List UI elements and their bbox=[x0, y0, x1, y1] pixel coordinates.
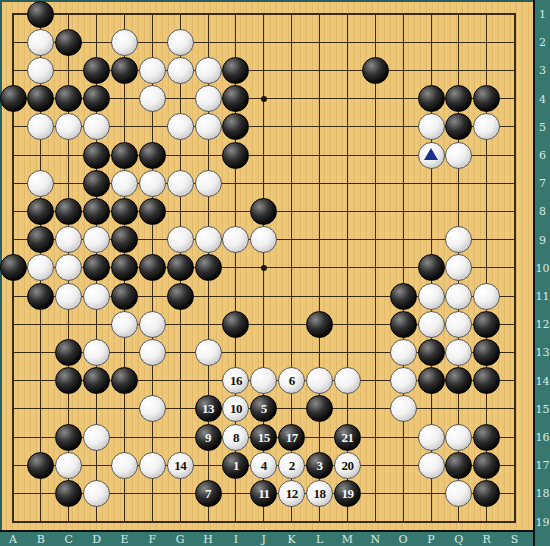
white-stone-D16[interactable] bbox=[83, 424, 110, 451]
black-stone-B1[interactable] bbox=[27, 1, 54, 28]
black-stone-Q5[interactable] bbox=[445, 113, 472, 140]
black-stone-E11[interactable] bbox=[111, 283, 138, 310]
row-label-5: 5 bbox=[535, 122, 550, 133]
black-stone-J15[interactable]: 5 bbox=[250, 395, 277, 422]
move-number: 6 bbox=[289, 374, 295, 387]
row-label-10: 10 bbox=[535, 263, 550, 274]
move-number: 13 bbox=[202, 402, 214, 415]
black-stone-C13[interactable] bbox=[55, 339, 82, 366]
black-stone-J18[interactable]: 11 bbox=[250, 480, 277, 507]
white-stone-P5[interactable] bbox=[418, 113, 445, 140]
white-stone-I16[interactable]: 8 bbox=[222, 424, 249, 451]
row-coordinate-strip: 12345678910111213141516171819 bbox=[533, 0, 550, 546]
white-stone-H4[interactable] bbox=[195, 85, 222, 112]
black-stone-R4[interactable] bbox=[473, 85, 500, 112]
move-number: 5 bbox=[261, 402, 267, 415]
black-stone-O11[interactable] bbox=[390, 283, 417, 310]
black-stone-N3[interactable] bbox=[362, 57, 389, 84]
white-stone-O13[interactable] bbox=[390, 339, 417, 366]
col-label-O: O bbox=[393, 534, 413, 545]
black-stone-E8[interactable] bbox=[111, 198, 138, 225]
white-stone-H3[interactable] bbox=[195, 57, 222, 84]
hoshi-point bbox=[261, 265, 267, 271]
white-stone-Q11[interactable] bbox=[445, 283, 472, 310]
white-stone-E12[interactable] bbox=[111, 311, 138, 338]
white-stone-P11[interactable] bbox=[418, 283, 445, 310]
col-label-M: M bbox=[337, 534, 357, 545]
white-stone-F13[interactable] bbox=[139, 339, 166, 366]
grid-line-horizontal bbox=[12, 521, 516, 523]
black-stone-L15[interactable] bbox=[306, 395, 333, 422]
black-stone-D8[interactable] bbox=[83, 198, 110, 225]
white-stone-B2[interactable] bbox=[27, 29, 54, 56]
black-stone-M16[interactable]: 21 bbox=[334, 424, 361, 451]
go-board[interactable]: 166131059815172114142320711121819 bbox=[0, 0, 533, 530]
black-stone-H15[interactable]: 13 bbox=[195, 395, 222, 422]
black-stone-P13[interactable] bbox=[418, 339, 445, 366]
black-stone-E14[interactable] bbox=[111, 367, 138, 394]
black-stone-F6[interactable] bbox=[139, 142, 166, 169]
white-stone-Q10[interactable] bbox=[445, 254, 472, 281]
white-stone-G5[interactable] bbox=[167, 113, 194, 140]
white-stone-Q9[interactable] bbox=[445, 226, 472, 253]
black-stone-P10[interactable] bbox=[418, 254, 445, 281]
white-stone-B10[interactable] bbox=[27, 254, 54, 281]
move-number: 16 bbox=[230, 374, 242, 387]
white-stone-C17[interactable] bbox=[55, 452, 82, 479]
white-stone-H5[interactable] bbox=[195, 113, 222, 140]
white-stone-F3[interactable] bbox=[139, 57, 166, 84]
black-stone-C8[interactable] bbox=[55, 198, 82, 225]
white-stone-G7[interactable] bbox=[167, 170, 194, 197]
white-stone-K14[interactable]: 6 bbox=[278, 367, 305, 394]
move-number: 21 bbox=[341, 431, 353, 444]
black-stone-I6[interactable] bbox=[222, 142, 249, 169]
white-stone-F15[interactable] bbox=[139, 395, 166, 422]
white-stone-C9[interactable] bbox=[55, 226, 82, 253]
black-stone-P4[interactable] bbox=[418, 85, 445, 112]
board-top-edge bbox=[0, 0, 533, 2]
white-stone-I15[interactable]: 10 bbox=[222, 395, 249, 422]
move-number: 10 bbox=[230, 402, 242, 415]
move-number: 9 bbox=[205, 431, 211, 444]
row-label-3: 3 bbox=[535, 65, 550, 76]
white-stone-I14[interactable]: 16 bbox=[222, 367, 249, 394]
triangle-marker bbox=[424, 148, 438, 160]
white-stone-M14[interactable] bbox=[334, 367, 361, 394]
black-stone-G11[interactable] bbox=[167, 283, 194, 310]
col-label-E: E bbox=[114, 534, 134, 545]
row-label-17: 17 bbox=[535, 460, 550, 471]
move-number: 3 bbox=[317, 459, 323, 472]
move-number: 20 bbox=[341, 459, 353, 472]
white-stone-B5[interactable] bbox=[27, 113, 54, 140]
black-stone-R13[interactable] bbox=[473, 339, 500, 366]
white-stone-H9[interactable] bbox=[195, 226, 222, 253]
move-number: 4 bbox=[261, 459, 267, 472]
white-stone-P16[interactable] bbox=[418, 424, 445, 451]
col-label-B: B bbox=[31, 534, 51, 545]
white-stone-J14[interactable] bbox=[250, 367, 277, 394]
white-stone-P12[interactable] bbox=[418, 311, 445, 338]
move-number: 2 bbox=[289, 459, 295, 472]
row-label-7: 7 bbox=[535, 178, 550, 189]
white-stone-Q18[interactable] bbox=[445, 480, 472, 507]
black-stone-I17[interactable]: 1 bbox=[222, 452, 249, 479]
black-stone-P14[interactable] bbox=[418, 367, 445, 394]
row-label-6: 6 bbox=[535, 150, 550, 161]
col-label-I: I bbox=[226, 534, 246, 545]
black-stone-H10[interactable] bbox=[195, 254, 222, 281]
black-stone-M18[interactable]: 19 bbox=[334, 480, 361, 507]
col-label-L: L bbox=[310, 534, 330, 545]
white-stone-B7[interactable] bbox=[27, 170, 54, 197]
move-number: 15 bbox=[258, 431, 270, 444]
black-stone-E10[interactable] bbox=[111, 254, 138, 281]
row-label-4: 4 bbox=[535, 94, 550, 105]
hoshi-point bbox=[261, 96, 267, 102]
row-label-9: 9 bbox=[535, 235, 550, 246]
white-stone-L18[interactable]: 18 bbox=[306, 480, 333, 507]
white-stone-Q13[interactable] bbox=[445, 339, 472, 366]
col-label-D: D bbox=[87, 534, 107, 545]
black-stone-D7[interactable] bbox=[83, 170, 110, 197]
black-stone-B11[interactable] bbox=[27, 283, 54, 310]
black-stone-F10[interactable] bbox=[139, 254, 166, 281]
black-stone-I4[interactable] bbox=[222, 85, 249, 112]
black-stone-D10[interactable] bbox=[83, 254, 110, 281]
black-stone-A4[interactable] bbox=[0, 85, 27, 112]
black-stone-H18[interactable]: 7 bbox=[195, 480, 222, 507]
black-stone-R17[interactable] bbox=[473, 452, 500, 479]
grid-line-vertical bbox=[375, 13, 376, 523]
white-stone-P6[interactable] bbox=[418, 142, 445, 169]
black-stone-A10[interactable] bbox=[0, 254, 27, 281]
black-stone-R12[interactable] bbox=[473, 311, 500, 338]
grid-line-vertical bbox=[403, 13, 404, 523]
white-stone-H7[interactable] bbox=[195, 170, 222, 197]
col-label-Q: Q bbox=[449, 534, 469, 545]
row-label-13: 13 bbox=[535, 347, 550, 358]
white-stone-G3[interactable] bbox=[167, 57, 194, 84]
black-stone-F8[interactable] bbox=[139, 198, 166, 225]
black-stone-G10[interactable] bbox=[167, 254, 194, 281]
white-stone-Q12[interactable] bbox=[445, 311, 472, 338]
row-label-2: 2 bbox=[535, 37, 550, 48]
move-number: 1 bbox=[233, 459, 239, 472]
white-stone-F4[interactable] bbox=[139, 85, 166, 112]
black-stone-C2[interactable] bbox=[55, 29, 82, 56]
col-label-C: C bbox=[59, 534, 79, 545]
white-stone-G2[interactable] bbox=[167, 29, 194, 56]
row-label-11: 11 bbox=[535, 291, 550, 302]
black-stone-D4[interactable] bbox=[83, 85, 110, 112]
white-stone-C11[interactable] bbox=[55, 283, 82, 310]
white-stone-Q6[interactable] bbox=[445, 142, 472, 169]
white-stone-F7[interactable] bbox=[139, 170, 166, 197]
white-stone-J17[interactable]: 4 bbox=[250, 452, 277, 479]
white-stone-E2[interactable] bbox=[111, 29, 138, 56]
white-stone-F17[interactable] bbox=[139, 452, 166, 479]
black-stone-R18[interactable] bbox=[473, 480, 500, 507]
col-label-K: K bbox=[282, 534, 302, 545]
column-coordinate-strip: ABCDEFGHIJKLMNOPQRS bbox=[0, 530, 533, 546]
white-stone-K18[interactable]: 12 bbox=[278, 480, 305, 507]
white-stone-J9[interactable] bbox=[250, 226, 277, 253]
black-stone-Q17[interactable] bbox=[445, 452, 472, 479]
black-stone-C4[interactable] bbox=[55, 85, 82, 112]
black-stone-L12[interactable] bbox=[306, 311, 333, 338]
black-stone-C14[interactable] bbox=[55, 367, 82, 394]
move-number: 11 bbox=[258, 487, 269, 500]
white-stone-O15[interactable] bbox=[390, 395, 417, 422]
white-stone-E7[interactable] bbox=[111, 170, 138, 197]
white-stone-R5[interactable] bbox=[473, 113, 500, 140]
black-stone-H16[interactable]: 9 bbox=[195, 424, 222, 451]
black-stone-J8[interactable] bbox=[250, 198, 277, 225]
white-stone-R11[interactable] bbox=[473, 283, 500, 310]
black-stone-D3[interactable] bbox=[83, 57, 110, 84]
white-stone-L14[interactable] bbox=[306, 367, 333, 394]
black-stone-K16[interactable]: 17 bbox=[278, 424, 305, 451]
go-app-window: 166131059815172114142320711121819 123456… bbox=[0, 0, 550, 546]
black-stone-I3[interactable] bbox=[222, 57, 249, 84]
grid-line-vertical bbox=[514, 13, 516, 523]
white-stone-B3[interactable] bbox=[27, 57, 54, 84]
move-number: 19 bbox=[341, 487, 353, 500]
black-stone-J16[interactable]: 15 bbox=[250, 424, 277, 451]
row-label-8: 8 bbox=[535, 206, 550, 217]
black-stone-E3[interactable] bbox=[111, 57, 138, 84]
black-stone-D6[interactable] bbox=[83, 142, 110, 169]
row-label-14: 14 bbox=[535, 376, 550, 387]
white-stone-G9[interactable] bbox=[167, 226, 194, 253]
row-label-18: 18 bbox=[535, 488, 550, 499]
white-stone-K17[interactable]: 2 bbox=[278, 452, 305, 479]
white-stone-H13[interactable] bbox=[195, 339, 222, 366]
black-stone-C18[interactable] bbox=[55, 480, 82, 507]
row-label-16: 16 bbox=[535, 432, 550, 443]
move-number: 8 bbox=[233, 431, 239, 444]
black-stone-E6[interactable] bbox=[111, 142, 138, 169]
white-stone-O14[interactable] bbox=[390, 367, 417, 394]
black-stone-I12[interactable] bbox=[222, 311, 249, 338]
black-stone-B4[interactable] bbox=[27, 85, 54, 112]
black-stone-E9[interactable] bbox=[111, 226, 138, 253]
black-stone-B8[interactable] bbox=[27, 198, 54, 225]
row-label-12: 12 bbox=[535, 319, 550, 330]
white-stone-E17[interactable] bbox=[111, 452, 138, 479]
white-stone-G17[interactable]: 14 bbox=[167, 452, 194, 479]
black-stone-B9[interactable] bbox=[27, 226, 54, 253]
black-stone-I5[interactable] bbox=[222, 113, 249, 140]
white-stone-C10[interactable] bbox=[55, 254, 82, 281]
col-label-A: A bbox=[3, 534, 23, 545]
col-label-S: S bbox=[505, 534, 525, 545]
col-label-N: N bbox=[365, 534, 385, 545]
black-stone-Q14[interactable] bbox=[445, 367, 472, 394]
col-label-F: F bbox=[142, 534, 162, 545]
black-stone-R14[interactable] bbox=[473, 367, 500, 394]
black-stone-Q4[interactable] bbox=[445, 85, 472, 112]
grid-line-vertical bbox=[319, 13, 320, 523]
col-label-G: G bbox=[170, 534, 190, 545]
black-stone-L17[interactable]: 3 bbox=[306, 452, 333, 479]
white-stone-F12[interactable] bbox=[139, 311, 166, 338]
row-label-15: 15 bbox=[535, 404, 550, 415]
white-stone-D13[interactable] bbox=[83, 339, 110, 366]
move-number: 14 bbox=[174, 459, 186, 472]
white-stone-I9[interactable] bbox=[222, 226, 249, 253]
white-stone-D18[interactable] bbox=[83, 480, 110, 507]
white-stone-M17[interactable]: 20 bbox=[334, 452, 361, 479]
col-label-H: H bbox=[198, 534, 218, 545]
row-label-1: 1 bbox=[535, 9, 550, 20]
col-label-J: J bbox=[254, 534, 274, 545]
white-stone-D5[interactable] bbox=[83, 113, 110, 140]
white-stone-D11[interactable] bbox=[83, 283, 110, 310]
black-stone-D14[interactable] bbox=[83, 367, 110, 394]
black-stone-R16[interactable] bbox=[473, 424, 500, 451]
black-stone-C16[interactable] bbox=[55, 424, 82, 451]
row-label-19: 19 bbox=[535, 517, 550, 528]
move-number: 18 bbox=[314, 487, 326, 500]
white-stone-P17[interactable] bbox=[418, 452, 445, 479]
white-stone-C5[interactable] bbox=[55, 113, 82, 140]
black-stone-O12[interactable] bbox=[390, 311, 417, 338]
move-number: 12 bbox=[286, 487, 298, 500]
white-stone-D9[interactable] bbox=[83, 226, 110, 253]
white-stone-Q16[interactable] bbox=[445, 424, 472, 451]
black-stone-B17[interactable] bbox=[27, 452, 54, 479]
col-label-R: R bbox=[477, 534, 497, 545]
col-label-P: P bbox=[421, 534, 441, 545]
move-number: 7 bbox=[205, 487, 211, 500]
move-number: 17 bbox=[286, 431, 298, 444]
